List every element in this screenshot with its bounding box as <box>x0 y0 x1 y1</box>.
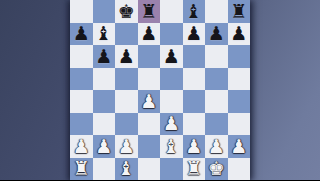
square-f2[interactable]: ♟ <box>183 135 206 158</box>
square-g1[interactable]: ♚ <box>205 158 228 181</box>
square-e2[interactable]: ♝ <box>160 135 183 158</box>
white-pawn[interactable]: ♟ <box>73 136 90 155</box>
square-h2[interactable]: ♟ <box>228 135 251 158</box>
black-pawn[interactable]: ♟ <box>73 24 90 43</box>
square-g3[interactable] <box>205 113 228 136</box>
white-bishop[interactable]: ♝ <box>163 136 180 155</box>
video-frame: ♚♜♝♜♟♝♟♟♟♟♟♟♟♟♟♟♟♟♝♟♟♟♜♝♜♚ <box>0 0 320 180</box>
square-f5[interactable] <box>183 68 206 91</box>
square-f6[interactable] <box>183 45 206 68</box>
square-g7[interactable]: ♟ <box>205 23 228 46</box>
square-b3[interactable] <box>93 113 116 136</box>
square-c5[interactable] <box>115 68 138 91</box>
black-pawn[interactable]: ♟ <box>185 24 202 43</box>
square-b8[interactable] <box>93 0 116 23</box>
square-h1[interactable] <box>228 158 251 181</box>
square-d6[interactable] <box>138 45 161 68</box>
square-a6[interactable] <box>70 45 93 68</box>
square-g6[interactable] <box>205 45 228 68</box>
white-pawn[interactable]: ♟ <box>208 136 225 155</box>
square-c4[interactable] <box>115 90 138 113</box>
white-pawn[interactable]: ♟ <box>230 136 247 155</box>
square-c7[interactable] <box>115 23 138 46</box>
square-d8[interactable]: ♜ <box>138 0 161 23</box>
square-g2[interactable]: ♟ <box>205 135 228 158</box>
square-d4[interactable]: ♟ <box>138 90 161 113</box>
white-rook[interactable]: ♜ <box>185 159 202 178</box>
square-a5[interactable] <box>70 68 93 91</box>
square-d2[interactable] <box>138 135 161 158</box>
white-pawn[interactable]: ♟ <box>118 136 135 155</box>
square-f4[interactable] <box>183 90 206 113</box>
square-b6[interactable]: ♟ <box>93 45 116 68</box>
square-a4[interactable] <box>70 90 93 113</box>
square-h4[interactable] <box>228 90 251 113</box>
white-pawn[interactable]: ♟ <box>95 136 112 155</box>
square-c6[interactable]: ♟ <box>115 45 138 68</box>
square-f3[interactable] <box>183 113 206 136</box>
square-c1[interactable]: ♝ <box>115 158 138 181</box>
square-e7[interactable] <box>160 23 183 46</box>
white-pawn[interactable]: ♟ <box>140 91 157 110</box>
black-pawn[interactable]: ♟ <box>140 24 157 43</box>
black-rook[interactable]: ♜ <box>140 1 157 20</box>
square-g8[interactable] <box>205 0 228 23</box>
chess-board: ♚♜♝♜♟♝♟♟♟♟♟♟♟♟♟♟♟♟♝♟♟♟♜♝♜♚ <box>70 0 250 180</box>
white-bishop[interactable]: ♝ <box>118 159 135 178</box>
square-g4[interactable] <box>205 90 228 113</box>
square-f8[interactable]: ♝ <box>183 0 206 23</box>
square-e5[interactable] <box>160 68 183 91</box>
square-e4[interactable] <box>160 90 183 113</box>
square-h5[interactable] <box>228 68 251 91</box>
square-c8[interactable]: ♚ <box>115 0 138 23</box>
square-d3[interactable] <box>138 113 161 136</box>
square-f1[interactable]: ♜ <box>183 158 206 181</box>
square-h6[interactable] <box>228 45 251 68</box>
black-rook[interactable]: ♜ <box>230 1 247 20</box>
square-c3[interactable] <box>115 113 138 136</box>
square-h8[interactable]: ♜ <box>228 0 251 23</box>
square-a1[interactable]: ♜ <box>70 158 93 181</box>
square-h3[interactable] <box>228 113 251 136</box>
black-pawn[interactable]: ♟ <box>208 24 225 43</box>
square-a8[interactable] <box>70 0 93 23</box>
black-bishop[interactable]: ♝ <box>185 1 202 20</box>
square-d5[interactable] <box>138 68 161 91</box>
square-d7[interactable]: ♟ <box>138 23 161 46</box>
black-pawn[interactable]: ♟ <box>163 46 180 65</box>
square-e1[interactable] <box>160 158 183 181</box>
white-rook[interactable]: ♜ <box>73 159 90 178</box>
square-f7[interactable]: ♟ <box>183 23 206 46</box>
white-pawn[interactable]: ♟ <box>163 114 180 133</box>
square-b4[interactable] <box>93 90 116 113</box>
white-pawn[interactable]: ♟ <box>185 136 202 155</box>
square-e6[interactable]: ♟ <box>160 45 183 68</box>
square-b1[interactable] <box>93 158 116 181</box>
square-a7[interactable]: ♟ <box>70 23 93 46</box>
black-pawn[interactable]: ♟ <box>95 46 112 65</box>
black-bishop[interactable]: ♝ <box>95 24 112 43</box>
square-c2[interactable]: ♟ <box>115 135 138 158</box>
square-a3[interactable] <box>70 113 93 136</box>
square-e3[interactable]: ♟ <box>160 113 183 136</box>
square-b5[interactable] <box>93 68 116 91</box>
square-g5[interactable] <box>205 68 228 91</box>
black-pawn[interactable]: ♟ <box>118 46 135 65</box>
square-b2[interactable]: ♟ <box>93 135 116 158</box>
white-king[interactable]: ♚ <box>208 159 225 178</box>
square-e8[interactable] <box>160 0 183 23</box>
square-a2[interactable]: ♟ <box>70 135 93 158</box>
black-pawn[interactable]: ♟ <box>230 24 247 43</box>
square-h7[interactable]: ♟ <box>228 23 251 46</box>
square-b7[interactable]: ♝ <box>93 23 116 46</box>
black-king[interactable]: ♚ <box>118 1 135 20</box>
square-d1[interactable] <box>138 158 161 181</box>
